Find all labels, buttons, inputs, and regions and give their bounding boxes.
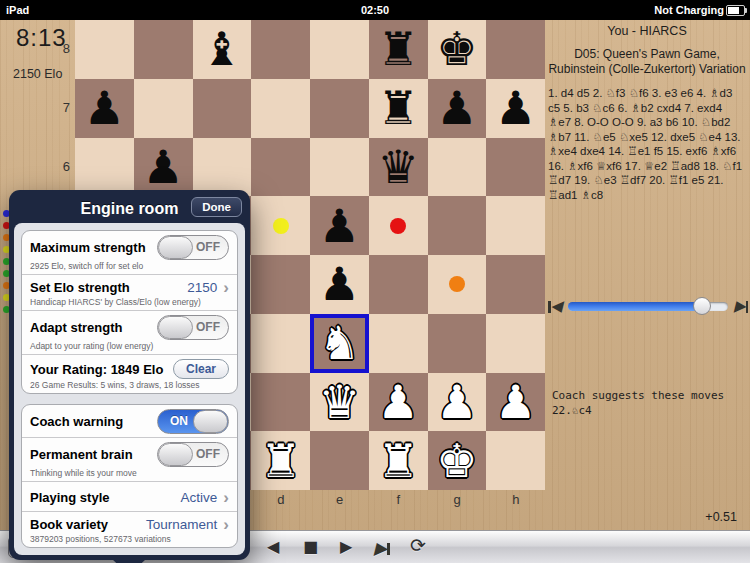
file-label-d: d [251, 492, 310, 507]
square-f5[interactable] [369, 196, 428, 255]
piece-bP-e5: ♟ [319, 203, 360, 249]
engine-room-popover: Engine room Done Maximum strength OFF 29… [9, 190, 250, 560]
square-e5[interactable]: ♟ [310, 196, 369, 255]
file-label-h: h [486, 492, 545, 507]
status-bar: iPad 02:50 Not Charging [0, 0, 750, 20]
battery-icon [726, 5, 745, 16]
set-elo-strength-label: Set Elo strength [30, 280, 130, 295]
coach-warning-toggle[interactable]: ON [157, 409, 229, 434]
done-button[interactable]: Done [191, 197, 242, 217]
square-a7[interactable]: ♟ [75, 79, 134, 138]
set-elo-strength-value: 2150 [187, 280, 217, 295]
square-e6[interactable] [310, 138, 369, 197]
square-b6[interactable]: ♟ [134, 138, 193, 197]
switch-knob [158, 443, 193, 466]
square-f4[interactable] [369, 255, 428, 314]
skip-to-end-button[interactable]: ▶ [374, 538, 390, 558]
square-d4[interactable] [251, 255, 310, 314]
switch-knob [193, 410, 228, 433]
step-forward-button[interactable]: ▶ [340, 537, 352, 557]
your-rating-subtitle: 26 Game Results: 5 wins, 3 draws, 18 los… [30, 380, 229, 390]
piece-wK-g1: ♚ [436, 438, 477, 484]
switch-knob [158, 236, 193, 259]
square-g2[interactable]: ♟ [428, 373, 487, 432]
piece-wR-d1: ♜ [260, 438, 301, 484]
setting-row-book-variety[interactable]: Book variety Tournament › 3879203 positi… [22, 511, 237, 547]
book-variety-subtitle: 3879203 positions, 527673 variations [30, 534, 229, 544]
orange-dot-marker [449, 276, 465, 292]
yellow-dot-marker [273, 218, 289, 234]
square-h4[interactable] [486, 255, 545, 314]
square-f3[interactable] [369, 314, 428, 373]
file-label-f: f [369, 492, 428, 507]
piece-bP-h7: ♟ [495, 85, 536, 131]
square-g8[interactable]: ♚ [428, 20, 487, 79]
file-label-g: g [428, 492, 487, 507]
book-variety-label: Book variety [30, 517, 108, 532]
square-h5[interactable] [486, 196, 545, 255]
square-h1[interactable] [486, 431, 545, 490]
square-d5[interactable] [251, 196, 310, 255]
piece-bP-e4: ♟ [319, 261, 360, 307]
piece-bB-c8: ♝ [201, 26, 242, 72]
square-d6[interactable] [251, 138, 310, 197]
square-h6[interactable] [486, 138, 545, 197]
setting-row-permanent-brain: Permanent brain OFF Thinking while its y… [22, 437, 237, 481]
piece-wR-f1: ♜ [378, 438, 419, 484]
square-f1[interactable]: ♜ [369, 431, 428, 490]
chevron-right-icon: › [223, 279, 229, 296]
piece-bP-g7: ♟ [436, 85, 477, 131]
game-position-slider[interactable]: ◀ ▶ [548, 296, 748, 316]
rank-label-7: 7 [54, 100, 70, 115]
piece-bP-b6: ♟ [143, 144, 184, 190]
square-h2[interactable]: ♟ [486, 373, 545, 432]
square-f2[interactable]: ♟ [369, 373, 428, 432]
square-e7[interactable] [310, 79, 369, 138]
square-e3[interactable]: ♞ [310, 314, 369, 373]
piece-wQ-e2: ♛ [319, 379, 360, 425]
piece-bQ-f6: ♛ [378, 144, 419, 190]
square-d3[interactable] [251, 314, 310, 373]
coach-suggestion: Coach suggests these moves 22.♘c4 [552, 388, 724, 418]
flip-board-icon[interactable]: ⟳ [410, 535, 426, 555]
chevron-right-icon: › [223, 516, 229, 533]
slider-thumb[interactable] [693, 297, 711, 315]
adapt-strength-label: Adapt strength [30, 320, 122, 335]
engine-elo-label: 2150 Elo [13, 67, 62, 81]
square-c7[interactable] [193, 79, 252, 138]
chevron-right-icon: › [223, 489, 229, 506]
square-h3[interactable] [486, 314, 545, 373]
setting-row-playing-style[interactable]: Playing style Active › [22, 481, 237, 511]
square-e2[interactable]: ♛ [310, 373, 369, 432]
opening-name: D05: Queen's Pawn Game, Rubinstein (Coll… [548, 47, 746, 77]
maximum-strength-subtitle: 2925 Elo, switch off for set elo [30, 261, 229, 271]
square-d1[interactable]: ♜ [251, 431, 310, 490]
switch-state-label: OFF [196, 240, 220, 254]
rank-label-6: 6 [54, 159, 70, 174]
piece-bR-f8: ♜ [378, 26, 419, 72]
piece-wN-e3: ♞ [319, 320, 360, 366]
square-c6[interactable] [193, 138, 252, 197]
clear-rating-button[interactable]: Clear [173, 359, 229, 379]
square-g7[interactable]: ♟ [428, 79, 487, 138]
square-f8[interactable]: ♜ [369, 20, 428, 79]
adapt-strength-toggle[interactable]: OFF [157, 315, 229, 340]
popover-title: Engine room [81, 200, 179, 218]
setting-row-coach-warning: Coach warning ON [22, 405, 237, 437]
setting-row-maximum-strength: Maximum strength OFF 2925 Elo, switch of… [22, 231, 237, 274]
status-clock: 02:50 [0, 4, 750, 16]
setting-row-adapt-strength: Adapt strength OFF Adapt to your rating … [22, 310, 237, 354]
square-e4[interactable]: ♟ [310, 255, 369, 314]
piece-bR-f7: ♜ [378, 85, 419, 131]
switch-state-label: ON [170, 414, 188, 428]
set-elo-strength-subtitle: Handicap HIARCS' by Class/Elo (low energ… [30, 297, 229, 307]
red-dot-marker [390, 218, 406, 234]
permanent-brain-toggle[interactable]: OFF [157, 442, 229, 467]
square-e8[interactable] [310, 20, 369, 79]
square-h7[interactable]: ♟ [486, 79, 545, 138]
switch-state-label: OFF [196, 447, 220, 461]
playing-style-value: Active [181, 490, 218, 505]
adapt-strength-subtitle: Adapt to your rating (low energy) [30, 341, 229, 351]
your-rating-label: Your Rating: 1849 Elo [30, 362, 163, 377]
move-list: 1. d4 d5 2. ♘f3 ♘f6 3. e3 e6 4. ♗d3 c5 5… [548, 86, 746, 202]
behaviour-settings-group: Coach warning ON Permanent brain OFF Thi… [21, 404, 238, 548]
permanent-brain-label: Permanent brain [30, 447, 133, 462]
slider-skip-end-icon[interactable]: ▶ [734, 299, 748, 314]
piece-bP-a7: ♟ [84, 85, 125, 131]
setting-row-set-elo-strength[interactable]: Set Elo strength 2150 › Handicap HIARCS'… [22, 274, 237, 310]
square-b8[interactable] [134, 20, 193, 79]
permanent-brain-subtitle: Thinking while its your move [30, 468, 229, 478]
evaluation-score: +0.51 [705, 510, 737, 524]
piece-wP-h2: ♟ [495, 379, 536, 425]
maximum-strength-toggle[interactable]: OFF [157, 235, 229, 260]
file-label-e: e [310, 492, 369, 507]
slider-skip-start-icon[interactable]: ◀ [548, 299, 562, 314]
step-back-button[interactable]: ◀ [267, 537, 279, 557]
square-g5[interactable] [428, 196, 487, 255]
setting-row-your-rating: Your Rating: 1849 Elo Clear 26 Game Resu… [22, 354, 237, 393]
square-d2[interactable] [251, 373, 310, 432]
stop-button[interactable]: ■ [303, 537, 318, 557]
square-e1[interactable] [310, 431, 369, 490]
playing-style-label: Playing style [30, 490, 109, 505]
coach-warning-label: Coach warning [30, 414, 123, 429]
square-g3[interactable] [428, 314, 487, 373]
square-g6[interactable] [428, 138, 487, 197]
square-a8[interactable] [75, 20, 134, 79]
square-b7[interactable] [134, 79, 193, 138]
players-label: You - HIARCS [548, 24, 746, 38]
switch-state-label: OFF [196, 320, 220, 334]
square-c8[interactable]: ♝ [193, 20, 252, 79]
piece-wP-g2: ♟ [436, 379, 477, 425]
piece-bK-g8: ♚ [436, 26, 477, 72]
game-info-panel: You - HIARCS D05: Queen's Pawn Game, Rub… [548, 20, 746, 202]
square-h8[interactable] [486, 20, 545, 79]
square-g1[interactable]: ♚ [428, 431, 487, 490]
square-d8[interactable] [251, 20, 310, 79]
square-a6[interactable] [75, 138, 134, 197]
square-f6[interactable]: ♛ [369, 138, 428, 197]
strength-settings-group: Maximum strength OFF 2925 Elo, switch of… [21, 230, 238, 394]
maximum-strength-label: Maximum strength [30, 240, 146, 255]
switch-knob [158, 316, 193, 339]
piece-wP-f2: ♟ [378, 379, 419, 425]
rank-label-8: 8 [54, 41, 70, 56]
square-g4[interactable] [428, 255, 487, 314]
square-d7[interactable] [251, 79, 310, 138]
status-charging-label: Not Charging [654, 4, 724, 16]
square-f7[interactable]: ♜ [369, 79, 428, 138]
popover-arrow [112, 559, 146, 563]
book-variety-value: Tournament [146, 517, 217, 532]
